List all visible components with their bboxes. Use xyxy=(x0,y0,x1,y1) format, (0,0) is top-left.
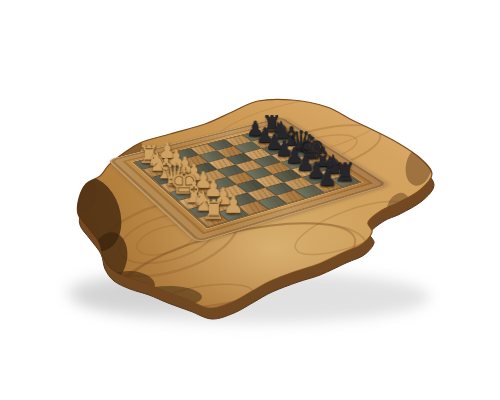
square-h7[interactable]: ♟ xyxy=(313,180,342,193)
black-pawn[interactable]: ♟ xyxy=(318,167,338,190)
white-pawn[interactable]: ♟ xyxy=(223,193,244,217)
square-h1[interactable]: ♜ xyxy=(198,212,229,227)
square-e6[interactable] xyxy=(263,162,291,174)
white-rook[interactable]: ♜ xyxy=(201,196,226,223)
product-photo: ♜♟♟♜♞♟♟♞♝♟♟♝♛♟♟♛♚♟♟♚♝♟♟♝♞♟♟♞♜♟♟♜ xyxy=(0,0,500,400)
